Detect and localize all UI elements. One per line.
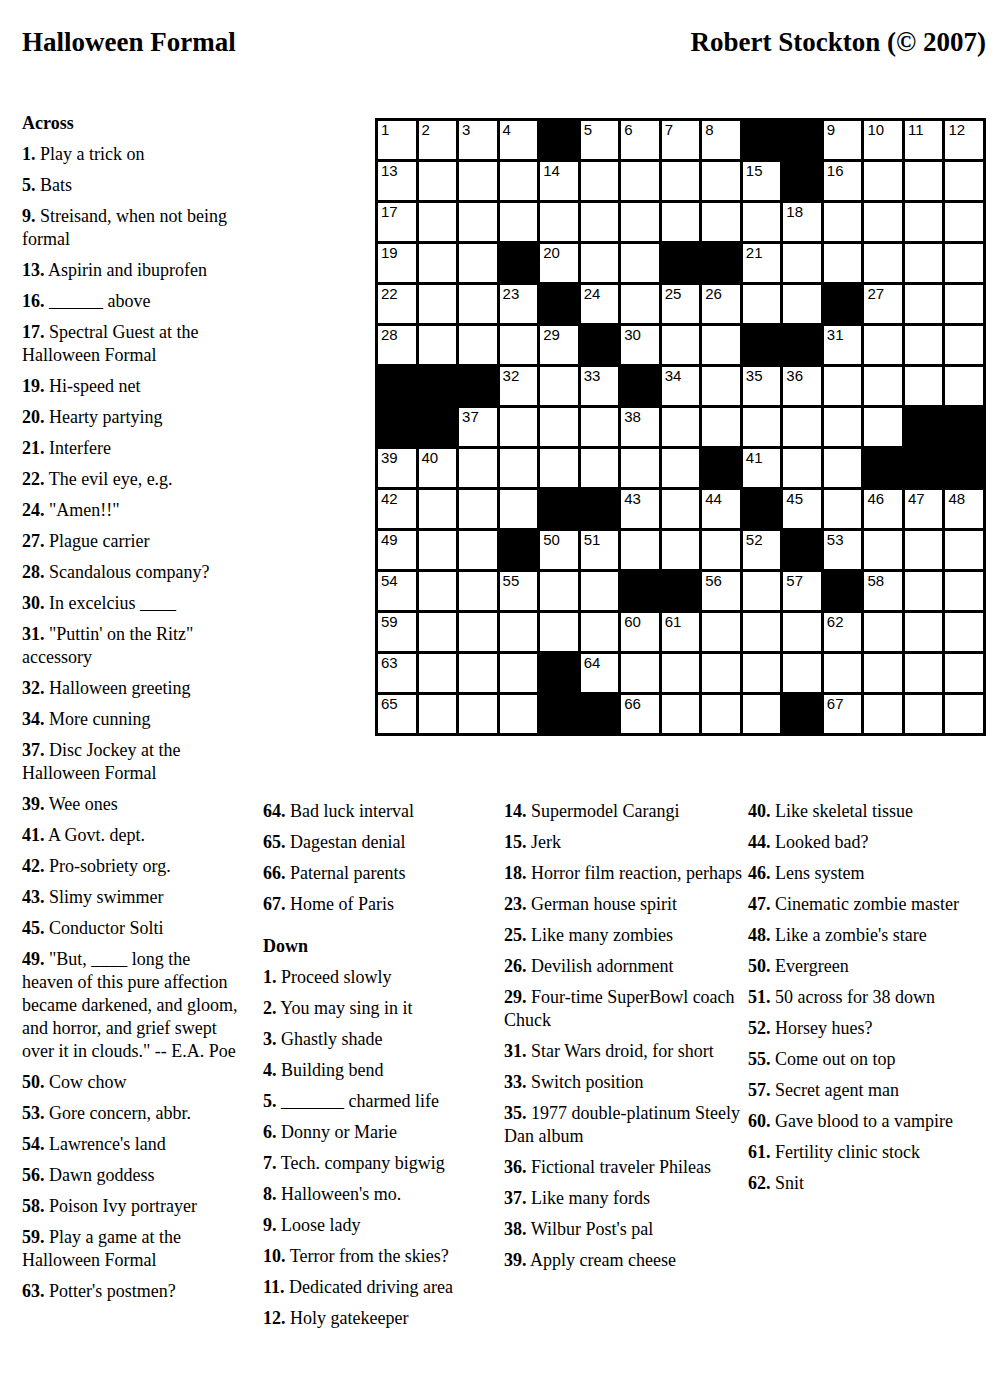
- clue-number: 13.: [22, 260, 45, 280]
- grid-cell[interactable]: 27: [864, 285, 902, 323]
- grid-cell[interactable]: 12: [945, 121, 983, 159]
- grid-cell[interactable]: [662, 654, 700, 692]
- cell-number: 50: [543, 532, 560, 547]
- clue-item: 12. Holy gatekeeper: [263, 1307, 493, 1330]
- grid-cell[interactable]: [500, 408, 538, 446]
- grid-cell[interactable]: [702, 531, 740, 569]
- grid-cell[interactable]: [540, 613, 578, 651]
- grid-cell[interactable]: [459, 572, 497, 610]
- clue-item: 50. Evergreen: [748, 955, 978, 978]
- grid-cell[interactable]: [419, 203, 457, 241]
- cell-number: 18: [786, 204, 803, 219]
- black-cell: [783, 121, 821, 159]
- grid-cell[interactable]: 44: [702, 490, 740, 528]
- clue-number: 52.: [748, 1018, 771, 1038]
- clue-number: 31.: [504, 1041, 527, 1061]
- grid-cell[interactable]: 11: [905, 121, 943, 159]
- grid-cell[interactable]: [783, 449, 821, 487]
- cell-number: 66: [624, 696, 641, 711]
- clue-number: 35.: [504, 1103, 527, 1123]
- black-cell: [824, 572, 862, 610]
- cell-number: 8: [705, 122, 713, 137]
- clue-item: 57. Secret agent man: [748, 1079, 978, 1102]
- grid-cell[interactable]: 61: [662, 613, 700, 651]
- grid-cell[interactable]: [459, 490, 497, 528]
- down-clues-40-62: 40. Like skeletal tissue44. Looked bad?4…: [748, 800, 978, 1203]
- grid-cell[interactable]: [621, 244, 659, 282]
- grid-cell[interactable]: 31: [824, 326, 862, 364]
- grid-cell[interactable]: [459, 326, 497, 364]
- grid-cell[interactable]: [621, 285, 659, 323]
- cell-number: 26: [705, 286, 722, 301]
- grid-cell[interactable]: [945, 203, 983, 241]
- grid-cell[interactable]: [419, 244, 457, 282]
- grid-cell[interactable]: [824, 654, 862, 692]
- clue-item: 65. Dagestan denial: [263, 831, 493, 854]
- clue-number: 5.: [22, 175, 36, 195]
- grid-cell[interactable]: [864, 695, 902, 733]
- cell-number: 59: [381, 614, 398, 629]
- grid-cell[interactable]: [662, 326, 700, 364]
- clue-number: 46.: [748, 863, 771, 883]
- grid-cell[interactable]: 47: [905, 490, 943, 528]
- clue-item: 19. Hi-speed net: [22, 375, 244, 398]
- grid-cell[interactable]: 6: [621, 121, 659, 159]
- grid-cell[interactable]: [945, 162, 983, 200]
- grid-cell[interactable]: 43: [621, 490, 659, 528]
- grid-cell[interactable]: [540, 408, 578, 446]
- black-cell: [743, 490, 781, 528]
- clue-number: 30.: [22, 593, 45, 613]
- grid-cell[interactable]: [864, 654, 902, 692]
- cell-number: 53: [827, 532, 844, 547]
- clue-number: 34.: [22, 709, 45, 729]
- grid-cell[interactable]: 19: [378, 244, 416, 282]
- grid-cell[interactable]: 67: [824, 695, 862, 733]
- grid-cell[interactable]: 57: [783, 572, 821, 610]
- grid-cell[interactable]: 49: [378, 531, 416, 569]
- grid-cell[interactable]: [945, 244, 983, 282]
- clue-number: 59.: [22, 1227, 45, 1247]
- grid-cell[interactable]: 24: [581, 285, 619, 323]
- grid-cell[interactable]: [945, 326, 983, 364]
- clue-number: 41.: [22, 825, 45, 845]
- grid-cell[interactable]: [662, 203, 700, 241]
- cell-number: 29: [543, 327, 560, 342]
- grid-cell[interactable]: 63: [378, 654, 416, 692]
- grid-cell[interactable]: [783, 408, 821, 446]
- grid-cell[interactable]: 21: [743, 244, 781, 282]
- grid-cell[interactable]: [945, 572, 983, 610]
- grid-cell[interactable]: [824, 203, 862, 241]
- grid-cell[interactable]: [702, 408, 740, 446]
- grid-cell[interactable]: 54: [378, 572, 416, 610]
- cell-number: 63: [381, 655, 398, 670]
- clue-item: 4. Building bend: [263, 1059, 493, 1082]
- grid-cell[interactable]: [702, 367, 740, 405]
- grid-cell[interactable]: [864, 244, 902, 282]
- grid-cell[interactable]: [500, 613, 538, 651]
- cell-number: 57: [786, 573, 803, 588]
- grid-cell[interactable]: [459, 654, 497, 692]
- grid-cell[interactable]: [459, 162, 497, 200]
- grid-cell[interactable]: 18: [783, 203, 821, 241]
- clue-item: 2. You may sing in it: [263, 997, 493, 1020]
- clue-item: 23. German house spirit: [504, 893, 745, 916]
- black-cell: [581, 326, 619, 364]
- grid-cell[interactable]: [905, 326, 943, 364]
- clue-number: 61.: [748, 1142, 771, 1162]
- grid-cell[interactable]: [864, 408, 902, 446]
- grid-cell[interactable]: 66: [621, 695, 659, 733]
- grid-cell[interactable]: 62: [824, 613, 862, 651]
- grid-cell[interactable]: [743, 654, 781, 692]
- grid-cell[interactable]: [702, 162, 740, 200]
- grid-cell[interactable]: [459, 449, 497, 487]
- clue-item: 37. Disc Jockey at the Halloween Formal: [22, 739, 244, 785]
- grid-cell[interactable]: [581, 613, 619, 651]
- grid-cell[interactable]: [459, 203, 497, 241]
- grid-cell[interactable]: [581, 162, 619, 200]
- grid-cell[interactable]: 60: [621, 613, 659, 651]
- grid-cell[interactable]: [864, 613, 902, 651]
- grid-cell[interactable]: 23: [500, 285, 538, 323]
- cell-number: 14: [543, 163, 560, 178]
- grid-cell[interactable]: [500, 654, 538, 692]
- grid-cell[interactable]: [459, 695, 497, 733]
- grid-cell[interactable]: [783, 613, 821, 651]
- grid-cell[interactable]: [419, 326, 457, 364]
- grid-cell[interactable]: 39: [378, 449, 416, 487]
- grid-cell[interactable]: 30: [621, 326, 659, 364]
- clue-number: 65.: [263, 832, 286, 852]
- grid-cell[interactable]: [662, 695, 700, 733]
- cell-number: 22: [381, 286, 398, 301]
- grid-cell[interactable]: 1: [378, 121, 416, 159]
- black-cell: [419, 408, 457, 446]
- grid-cell[interactable]: [905, 367, 943, 405]
- clue-item: 9. Streisand, when not being formal: [22, 205, 244, 251]
- grid-cell[interactable]: 3: [459, 121, 497, 159]
- grid-cell[interactable]: [905, 654, 943, 692]
- clue-item: 1. Proceed slowly: [263, 966, 493, 989]
- clue-number: 9.: [22, 206, 36, 226]
- cell-number: 28: [381, 327, 398, 342]
- clue-number: 38.: [504, 1219, 527, 1239]
- grid-cell[interactable]: [945, 695, 983, 733]
- clue-item: 18. Horror film reaction, perhaps: [504, 862, 745, 885]
- black-cell: [540, 654, 578, 692]
- grid-cell[interactable]: 4: [500, 121, 538, 159]
- grid-cell[interactable]: [459, 244, 497, 282]
- clue-number: 49.: [22, 949, 45, 969]
- grid-cell[interactable]: [702, 203, 740, 241]
- clue-item: 32. Halloween greeting: [22, 677, 244, 700]
- clue-number: 15.: [504, 832, 527, 852]
- clue-number: 66.: [263, 863, 286, 883]
- clue-item: 14. Supermodel Carangi: [504, 800, 745, 823]
- clue-number: 2.: [263, 998, 277, 1018]
- grid-cell[interactable]: [783, 285, 821, 323]
- grid-cell[interactable]: 9: [824, 121, 862, 159]
- clue-item: 56. Dawn goddess: [22, 1164, 244, 1187]
- clue-item: 64. Bad luck interval: [263, 800, 493, 823]
- grid-cell[interactable]: 32: [500, 367, 538, 405]
- clue-item: 41. A Govt. dept.: [22, 824, 244, 847]
- grid-cell[interactable]: [824, 490, 862, 528]
- grid-cell[interactable]: [419, 695, 457, 733]
- grid-cell[interactable]: [500, 326, 538, 364]
- clue-item: 42. Pro-sobriety org.: [22, 855, 244, 878]
- grid-cell[interactable]: [621, 449, 659, 487]
- grid-cell[interactable]: [905, 203, 943, 241]
- grid-cell[interactable]: [945, 613, 983, 651]
- grid-cell[interactable]: [905, 285, 943, 323]
- clue-item: 24. "Amen!!": [22, 499, 244, 522]
- grid-cell[interactable]: [419, 572, 457, 610]
- clue-number: 23.: [504, 894, 527, 914]
- grid-cell[interactable]: 45: [783, 490, 821, 528]
- clue-item: 5. Bats: [22, 174, 244, 197]
- grid-cell[interactable]: 20: [540, 244, 578, 282]
- cell-number: 20: [543, 245, 560, 260]
- grid-cell[interactable]: [783, 244, 821, 282]
- grid-cell[interactable]: 53: [824, 531, 862, 569]
- cell-number: 51: [584, 532, 601, 547]
- clue-number: 57.: [748, 1080, 771, 1100]
- cell-number: 46: [867, 491, 884, 506]
- grid-cell[interactable]: [419, 162, 457, 200]
- grid-cell[interactable]: 52: [743, 531, 781, 569]
- grid-cell[interactable]: [905, 695, 943, 733]
- grid-cell[interactable]: 25: [662, 285, 700, 323]
- grid-cell[interactable]: [540, 367, 578, 405]
- grid-cell[interactable]: 33: [581, 367, 619, 405]
- grid-cell[interactable]: [581, 244, 619, 282]
- clue-item: 61. Fertility clinic stock: [748, 1141, 978, 1164]
- grid-cell[interactable]: 16: [824, 162, 862, 200]
- grid-cell[interactable]: [743, 285, 781, 323]
- grid-cell[interactable]: [864, 367, 902, 405]
- grid-cell[interactable]: 7: [662, 121, 700, 159]
- grid-cell[interactable]: 35: [743, 367, 781, 405]
- cell-number: 10: [867, 122, 884, 137]
- grid-cell[interactable]: 36: [783, 367, 821, 405]
- cell-number: 64: [584, 655, 601, 670]
- clue-item: 31. "Puttin' on the Ritz" accessory: [22, 623, 244, 669]
- black-cell: [783, 531, 821, 569]
- cell-number: 38: [624, 409, 641, 424]
- cell-number: 49: [381, 532, 398, 547]
- grid-cell[interactable]: [662, 531, 700, 569]
- cell-number: 24: [584, 286, 601, 301]
- clue-item: 27. Plague carrier: [22, 530, 244, 553]
- clue-number: 44.: [748, 832, 771, 852]
- grid-cell[interactable]: [905, 572, 943, 610]
- grid-cell[interactable]: [743, 203, 781, 241]
- grid-cell[interactable]: [419, 654, 457, 692]
- clue-item: 28. Scandalous company?: [22, 561, 244, 584]
- cell-number: 54: [381, 573, 398, 588]
- clue-number: 14.: [504, 801, 527, 821]
- grid-cell[interactable]: [945, 285, 983, 323]
- grid-cell[interactable]: 14: [540, 162, 578, 200]
- clue-number: 16.: [22, 291, 45, 311]
- cell-number: 3: [462, 122, 470, 137]
- grid-cell[interactable]: [419, 613, 457, 651]
- grid-cell[interactable]: [500, 490, 538, 528]
- clue-number: 27.: [22, 531, 45, 551]
- grid-cell[interactable]: [702, 326, 740, 364]
- grid-cell[interactable]: [662, 408, 700, 446]
- clue-number: 6.: [263, 1122, 277, 1142]
- grid-cell[interactable]: [621, 162, 659, 200]
- grid-cell[interactable]: [540, 572, 578, 610]
- grid-cell[interactable]: 5: [581, 121, 619, 159]
- grid-cell[interactable]: [621, 531, 659, 569]
- cell-number: 58: [867, 573, 884, 588]
- cell-number: 2: [422, 122, 430, 137]
- cell-number: 23: [503, 286, 520, 301]
- grid-cell[interactable]: [743, 408, 781, 446]
- black-cell: [905, 408, 943, 446]
- grid-cell[interactable]: [743, 695, 781, 733]
- grid-cell[interactable]: [419, 531, 457, 569]
- clue-item: 66. Paternal parents: [263, 862, 493, 885]
- grid-cell[interactable]: 64: [581, 654, 619, 692]
- black-cell: [500, 531, 538, 569]
- grid-cell[interactable]: [581, 408, 619, 446]
- clue-item: 25. Like many zombies: [504, 924, 745, 947]
- grid-cell[interactable]: [500, 695, 538, 733]
- grid-cell[interactable]: [500, 203, 538, 241]
- grid-cell[interactable]: [702, 654, 740, 692]
- grid-cell[interactable]: [945, 531, 983, 569]
- grid-cell[interactable]: [945, 367, 983, 405]
- grid-cell[interactable]: [419, 285, 457, 323]
- grid-cell[interactable]: [824, 449, 862, 487]
- grid-cell[interactable]: [662, 490, 700, 528]
- grid-cell[interactable]: 42: [378, 490, 416, 528]
- grid-cell[interactable]: [500, 449, 538, 487]
- grid-cell[interactable]: [824, 244, 862, 282]
- grid-cell[interactable]: [864, 203, 902, 241]
- crossword-page: Halloween Formal Robert Stockton (© 2007…: [0, 0, 1006, 1384]
- grid-cell[interactable]: [783, 654, 821, 692]
- grid-cell[interactable]: [581, 572, 619, 610]
- grid-cell[interactable]: [540, 203, 578, 241]
- grid-cell[interactable]: [459, 285, 497, 323]
- grid-cell[interactable]: 48: [945, 490, 983, 528]
- grid-cell[interactable]: [702, 613, 740, 651]
- across-header: Across: [22, 112, 244, 135]
- grid-cell[interactable]: [500, 162, 538, 200]
- grid-cell[interactable]: [864, 326, 902, 364]
- grid-cell[interactable]: 38: [621, 408, 659, 446]
- grid-cell[interactable]: [824, 367, 862, 405]
- clue-item: 60. Gave blood to a vampire: [748, 1110, 978, 1133]
- clue-item: 67. Home of Paris: [263, 893, 493, 916]
- grid-cell[interactable]: 58: [864, 572, 902, 610]
- grid-cell[interactable]: 51: [581, 531, 619, 569]
- grid-cell[interactable]: [905, 162, 943, 200]
- grid-cell[interactable]: 50: [540, 531, 578, 569]
- cell-number: 61: [665, 614, 682, 629]
- clue-item: 39. Wee ones: [22, 793, 244, 816]
- grid-cell[interactable]: 15: [743, 162, 781, 200]
- clue-item: 53. Gore concern, abbr.: [22, 1102, 244, 1125]
- grid-cell[interactable]: 34: [662, 367, 700, 405]
- grid-cell[interactable]: 46: [864, 490, 902, 528]
- grid-cell[interactable]: [864, 531, 902, 569]
- grid-cell[interactable]: 17: [378, 203, 416, 241]
- cell-number: 42: [381, 491, 398, 506]
- clue-number: 55.: [748, 1049, 771, 1069]
- grid-cell[interactable]: 37: [459, 408, 497, 446]
- grid-cell[interactable]: 10: [864, 121, 902, 159]
- clue-item: 10. Terror from the skies?: [263, 1245, 493, 1268]
- grid-cell[interactable]: [662, 162, 700, 200]
- clue-item: 46. Lens system: [748, 862, 978, 885]
- clue-item: 26. Devilish adornment: [504, 955, 745, 978]
- cell-number: 35: [746, 368, 763, 383]
- cell-number: 16: [827, 163, 844, 178]
- grid-cell[interactable]: [864, 162, 902, 200]
- grid-cell[interactable]: [662, 449, 700, 487]
- grid-cell[interactable]: 13: [378, 162, 416, 200]
- grid-cell[interactable]: [419, 490, 457, 528]
- grid-cell[interactable]: [459, 531, 497, 569]
- grid-cell[interactable]: [581, 449, 619, 487]
- grid-cell[interactable]: 40: [419, 449, 457, 487]
- grid-cell[interactable]: 41: [743, 449, 781, 487]
- grid-cell[interactable]: 22: [378, 285, 416, 323]
- clue-item: 36. Fictional traveler Phileas: [504, 1156, 745, 1179]
- grid-cell[interactable]: [540, 449, 578, 487]
- grid-cell[interactable]: 26: [702, 285, 740, 323]
- grid-cell[interactable]: 59: [378, 613, 416, 651]
- grid-cell[interactable]: [702, 695, 740, 733]
- clue-number: 40.: [748, 801, 771, 821]
- clue-item: 21. Interfere: [22, 437, 244, 460]
- grid-cell[interactable]: 8: [702, 121, 740, 159]
- grid-cell[interactable]: [581, 203, 619, 241]
- clue-number: 50.: [748, 956, 771, 976]
- grid-cell[interactable]: [905, 244, 943, 282]
- grid-cell[interactable]: [459, 613, 497, 651]
- grid-cell[interactable]: 65: [378, 695, 416, 733]
- grid-cell[interactable]: [743, 613, 781, 651]
- down-clues-1-12: 1. Proceed slowly2. You may sing in it3.…: [263, 966, 493, 1330]
- grid-cell[interactable]: [621, 654, 659, 692]
- cell-number: 32: [503, 368, 520, 383]
- grid-cell[interactable]: [743, 572, 781, 610]
- grid-cell[interactable]: [905, 613, 943, 651]
- grid-cell[interactable]: 55: [500, 572, 538, 610]
- clue-number: 20.: [22, 407, 45, 427]
- grid-cell[interactable]: [824, 408, 862, 446]
- cell-number: 31: [827, 327, 844, 342]
- grid-cell[interactable]: 56: [702, 572, 740, 610]
- grid-cell[interactable]: 28: [378, 326, 416, 364]
- grid-cell[interactable]: [905, 531, 943, 569]
- clue-item: 30. In excelcius ____: [22, 592, 244, 615]
- grid-cell[interactable]: 29: [540, 326, 578, 364]
- grid-cell[interactable]: [621, 203, 659, 241]
- grid-cell[interactable]: [945, 654, 983, 692]
- clue-number: 51.: [748, 987, 771, 1007]
- grid-cell[interactable]: 2: [419, 121, 457, 159]
